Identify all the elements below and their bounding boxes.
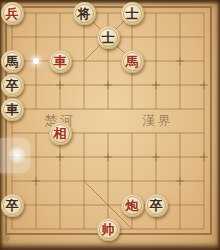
piece-black-soldier[interactable]: 卒 (1, 194, 24, 217)
piece-black-advisor[interactable]: 士 (121, 2, 144, 25)
piece-glyph: 士 (121, 2, 144, 25)
piece-black-chariot[interactable]: 車 (1, 98, 24, 121)
piece-glyph: 卒 (1, 74, 24, 97)
piece-glyph: 帅 (97, 218, 120, 241)
piece-glyph: 兵 (1, 2, 24, 25)
piece-red-soldier[interactable]: 兵 (1, 2, 24, 25)
piece-glyph: 馬 (121, 50, 144, 73)
piece-black-horse[interactable]: 馬 (1, 50, 24, 73)
piece-glyph: 将 (73, 2, 96, 25)
piece-red-elephant[interactable]: 相 (49, 122, 72, 145)
glow-icon (8, 146, 26, 164)
piece-red-chariot[interactable]: 車 (49, 50, 72, 73)
xiangqi-board-screen: 楚河 漢界 ❅ 兵将士士馬車馬卒車相卒炮卒帅 (0, 0, 220, 250)
piece-glyph: 卒 (145, 194, 168, 217)
piece-glyph: 相 (49, 122, 72, 145)
piece-black-advisor[interactable]: 士 (97, 26, 120, 49)
floating-widget-button[interactable] (0, 138, 30, 173)
piece-black-soldier[interactable]: 卒 (1, 74, 24, 97)
last-move-dot (33, 58, 39, 64)
piece-black-general[interactable]: 将 (73, 2, 96, 25)
piece-glyph: 車 (1, 98, 24, 121)
piece-glyph: 車 (49, 50, 72, 73)
piece-glyph: 卒 (1, 194, 24, 217)
piece-red-horse[interactable]: 馬 (121, 50, 144, 73)
piece-red-general[interactable]: 帅 (97, 218, 120, 241)
piece-glyph: 馬 (1, 50, 24, 73)
piece-glyph: 炮 (121, 194, 144, 217)
piece-glyph: 士 (97, 26, 120, 49)
piece-red-cannon[interactable]: 炮 (121, 194, 144, 217)
piece-black-soldier[interactable]: 卒 (145, 194, 168, 217)
